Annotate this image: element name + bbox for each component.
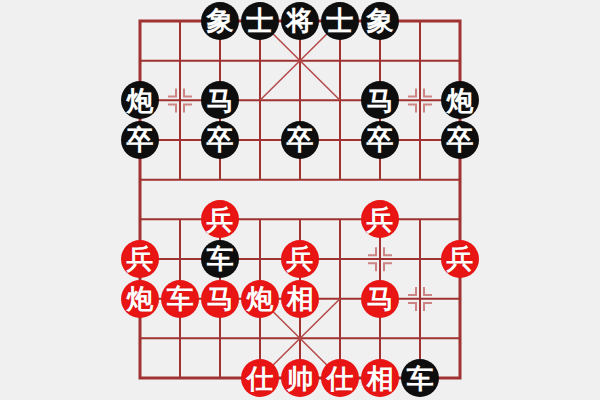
cell-f7[interactable]: [320, 120, 360, 160]
cell-g10[interactable]: 象: [360, 1, 400, 41]
cell-a8[interactable]: 炮: [120, 80, 160, 120]
piece-red-horse[interactable]: 马: [201, 280, 239, 318]
piece-black-soldier[interactable]: 卒: [121, 121, 159, 159]
cell-c1[interactable]: [200, 358, 240, 398]
cell-h7[interactable]: [400, 120, 440, 160]
piece-black-advisor[interactable]: 士: [321, 2, 359, 40]
piece-red-advisor[interactable]: 仕: [321, 359, 359, 397]
piece-black-horse[interactable]: 马: [361, 81, 399, 119]
cell-f5[interactable]: [320, 199, 360, 239]
cell-c3[interactable]: 马: [200, 279, 240, 319]
cell-d6[interactable]: [240, 160, 280, 200]
cell-a7[interactable]: 卒: [120, 120, 160, 160]
cell-h8[interactable]: [400, 80, 440, 120]
cell-a3[interactable]: 炮: [120, 279, 160, 319]
piece-red-cannon[interactable]: 炮: [241, 280, 279, 318]
piece-black-soldier[interactable]: 卒: [201, 121, 239, 159]
cell-h5[interactable]: [400, 199, 440, 239]
cell-e8[interactable]: [280, 80, 320, 120]
cell-b5[interactable]: [160, 199, 200, 239]
cell-e6[interactable]: [280, 160, 320, 200]
cell-b3[interactable]: 车: [160, 279, 200, 319]
cell-i3[interactable]: [440, 279, 480, 319]
cell-i8[interactable]: 炮: [440, 80, 480, 120]
cell-i9[interactable]: [440, 41, 480, 81]
cell-h3[interactable]: [400, 279, 440, 319]
piece-black-soldier[interactable]: 卒: [361, 121, 399, 159]
cell-f4[interactable]: [320, 239, 360, 279]
cell-g4[interactable]: [360, 239, 400, 279]
piece-black-soldier[interactable]: 卒: [441, 121, 479, 159]
cell-d7[interactable]: [240, 120, 280, 160]
piece-black-cannon[interactable]: 炮: [121, 81, 159, 119]
cell-g1[interactable]: 相: [360, 358, 400, 398]
piece-red-elephant[interactable]: 相: [361, 359, 399, 397]
piece-grid: 象士将士象炮马马炮卒卒卒卒卒兵兵兵车兵兵炮车马炮相马仕帅仕相车: [120, 1, 480, 398]
cell-b10[interactable]: [160, 1, 200, 41]
cell-g3[interactable]: 马: [360, 279, 400, 319]
piece-black-chariot[interactable]: 车: [201, 240, 239, 278]
piece-black-horse[interactable]: 马: [201, 81, 239, 119]
cell-a5[interactable]: [120, 199, 160, 239]
cell-c2[interactable]: [200, 319, 240, 359]
cell-e9[interactable]: [280, 41, 320, 81]
cell-b9[interactable]: [160, 41, 200, 81]
cell-h4[interactable]: [400, 239, 440, 279]
piece-black-chariot[interactable]: 车: [401, 359, 439, 397]
piece-red-cannon[interactable]: 炮: [121, 280, 159, 318]
cell-i6[interactable]: [440, 160, 480, 200]
cell-g7[interactable]: 卒: [360, 120, 400, 160]
cell-i7[interactable]: 卒: [440, 120, 480, 160]
cell-i1[interactable]: [440, 358, 480, 398]
cell-h2[interactable]: [400, 319, 440, 359]
cell-g8[interactable]: 马: [360, 80, 400, 120]
xiangqi-app: 象士将士象炮马马炮卒卒卒卒卒兵兵兵车兵兵炮车马炮相马仕帅仕相车: [0, 0, 600, 400]
cell-h6[interactable]: [400, 160, 440, 200]
cell-b6[interactable]: [160, 160, 200, 200]
cell-b7[interactable]: [160, 120, 200, 160]
cell-h10[interactable]: [400, 1, 440, 41]
cell-c5[interactable]: 兵: [200, 199, 240, 239]
cell-f2[interactable]: [320, 319, 360, 359]
cell-e10[interactable]: 将: [280, 1, 320, 41]
cell-f8[interactable]: [320, 80, 360, 120]
piece-black-elephant[interactable]: 象: [201, 2, 239, 40]
piece-black-cannon[interactable]: 炮: [441, 81, 479, 119]
piece-red-general[interactable]: 帅: [281, 359, 319, 397]
cell-g6[interactable]: [360, 160, 400, 200]
piece-black-advisor[interactable]: 士: [241, 2, 279, 40]
cell-b4[interactable]: [160, 239, 200, 279]
cell-f9[interactable]: [320, 41, 360, 81]
cell-c10[interactable]: 象: [200, 1, 240, 41]
piece-black-soldier[interactable]: 卒: [281, 121, 319, 159]
cell-i4[interactable]: 兵: [440, 239, 480, 279]
piece-black-elephant[interactable]: 象: [361, 2, 399, 40]
cell-a4[interactable]: 兵: [120, 239, 160, 279]
cell-d9[interactable]: [240, 41, 280, 81]
cell-b1[interactable]: [160, 358, 200, 398]
cell-a9[interactable]: [120, 41, 160, 81]
piece-red-soldier[interactable]: 兵: [121, 240, 159, 278]
cell-a6[interactable]: [120, 160, 160, 200]
cell-d3[interactable]: 炮: [240, 279, 280, 319]
cell-i2[interactable]: [440, 319, 480, 359]
cell-g9[interactable]: [360, 41, 400, 81]
cell-e1[interactable]: 帅: [280, 358, 320, 398]
cell-i10[interactable]: [440, 1, 480, 41]
cell-e5[interactable]: [280, 199, 320, 239]
cell-i5[interactable]: [440, 199, 480, 239]
piece-red-elephant[interactable]: 相: [281, 280, 319, 318]
cell-a2[interactable]: [120, 319, 160, 359]
cell-f3[interactable]: [320, 279, 360, 319]
piece-black-general[interactable]: 将: [281, 2, 319, 40]
piece-red-soldier[interactable]: 兵: [441, 240, 479, 278]
cell-e2[interactable]: [280, 319, 320, 359]
cell-b8[interactable]: [160, 80, 200, 120]
cell-c4[interactable]: 车: [200, 239, 240, 279]
cell-f10[interactable]: 士: [320, 1, 360, 41]
piece-red-advisor[interactable]: 仕: [241, 359, 279, 397]
cell-f1[interactable]: 仕: [320, 358, 360, 398]
cell-c9[interactable]: [200, 41, 240, 81]
cell-b2[interactable]: [160, 319, 200, 359]
cell-e3[interactable]: 相: [280, 279, 320, 319]
piece-red-horse[interactable]: 马: [361, 280, 399, 318]
cell-a10[interactable]: [120, 1, 160, 41]
cell-c6[interactable]: [200, 160, 240, 200]
cell-d8[interactable]: [240, 80, 280, 120]
cell-g2[interactable]: [360, 319, 400, 359]
piece-red-soldier[interactable]: 兵: [361, 200, 399, 238]
cell-d5[interactable]: [240, 199, 280, 239]
piece-red-chariot[interactable]: 车: [161, 280, 199, 318]
cell-d2[interactable]: [240, 319, 280, 359]
cell-h1[interactable]: 车: [400, 358, 440, 398]
cell-c7[interactable]: 卒: [200, 120, 240, 160]
cell-e4[interactable]: 兵: [280, 239, 320, 279]
piece-red-soldier[interactable]: 兵: [281, 240, 319, 278]
cell-g5[interactable]: 兵: [360, 199, 400, 239]
cell-c8[interactable]: 马: [200, 80, 240, 120]
cell-d10[interactable]: 士: [240, 1, 280, 41]
piece-red-soldier[interactable]: 兵: [201, 200, 239, 238]
cell-a1[interactable]: [120, 358, 160, 398]
cell-e7[interactable]: 卒: [280, 120, 320, 160]
cell-d4[interactable]: [240, 239, 280, 279]
cell-h9[interactable]: [400, 41, 440, 81]
cell-f6[interactable]: [320, 160, 360, 200]
cell-d1[interactable]: 仕: [240, 358, 280, 398]
